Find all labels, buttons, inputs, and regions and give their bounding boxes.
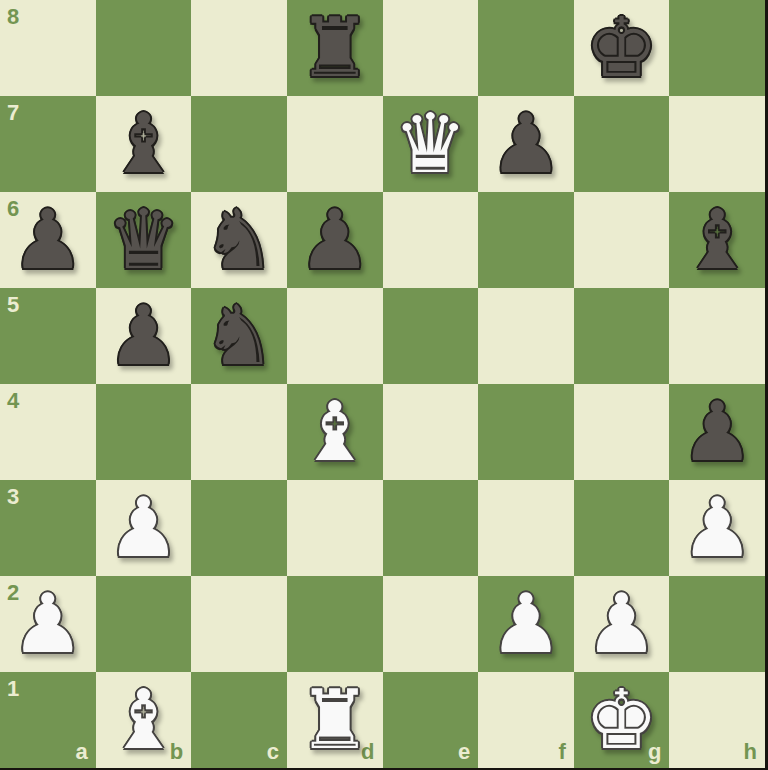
- square-f5[interactable]: [478, 288, 574, 384]
- square-g8[interactable]: ♚: [574, 0, 670, 96]
- square-a4[interactable]: 4: [0, 384, 96, 480]
- piece-black-queen-b6[interactable]: ♛: [107, 192, 181, 288]
- square-e6[interactable]: [383, 192, 479, 288]
- square-b2[interactable]: [96, 576, 192, 672]
- square-b4[interactable]: [96, 384, 192, 480]
- square-d5[interactable]: [287, 288, 383, 384]
- square-g2[interactable]: ♟: [574, 576, 670, 672]
- square-h1[interactable]: h: [669, 672, 765, 768]
- square-h6[interactable]: ♝: [669, 192, 765, 288]
- square-h2[interactable]: [669, 576, 765, 672]
- piece-white-pawn-g2[interactable]: ♟: [585, 576, 659, 672]
- piece-white-pawn-h3[interactable]: ♟: [680, 480, 754, 576]
- square-d2[interactable]: [287, 576, 383, 672]
- piece-black-bishop-h6[interactable]: ♝: [680, 192, 754, 288]
- square-c6[interactable]: ♞: [191, 192, 287, 288]
- rank-label-1: 1: [7, 678, 19, 700]
- rank-label-7: 7: [7, 102, 19, 124]
- piece-white-queen-e7[interactable]: ♛: [394, 96, 468, 192]
- piece-black-rook-d8[interactable]: ♜: [298, 0, 372, 96]
- square-b6[interactable]: ♛: [96, 192, 192, 288]
- square-a7[interactable]: 7: [0, 96, 96, 192]
- square-f4[interactable]: [478, 384, 574, 480]
- square-d8[interactable]: ♜: [287, 0, 383, 96]
- piece-black-pawn-d6[interactable]: ♟: [298, 192, 372, 288]
- square-d7[interactable]: [287, 96, 383, 192]
- square-a1[interactable]: 1a: [0, 672, 96, 768]
- square-b8[interactable]: [96, 0, 192, 96]
- square-h4[interactable]: ♟: [669, 384, 765, 480]
- square-d1[interactable]: d♜: [287, 672, 383, 768]
- square-e1[interactable]: e: [383, 672, 479, 768]
- piece-white-bishop-d4[interactable]: ♝: [298, 384, 372, 480]
- file-label-a: a: [75, 741, 87, 763]
- square-e5[interactable]: [383, 288, 479, 384]
- piece-black-pawn-h4[interactable]: ♟: [680, 384, 754, 480]
- square-e3[interactable]: [383, 480, 479, 576]
- piece-black-pawn-b5[interactable]: ♟: [107, 288, 181, 384]
- square-e7[interactable]: ♛: [383, 96, 479, 192]
- file-label-c: c: [267, 741, 279, 763]
- square-g5[interactable]: [574, 288, 670, 384]
- square-c5[interactable]: ♞: [191, 288, 287, 384]
- square-f1[interactable]: f: [478, 672, 574, 768]
- file-label-f: f: [558, 741, 565, 763]
- square-a2[interactable]: 2♟: [0, 576, 96, 672]
- square-c4[interactable]: [191, 384, 287, 480]
- piece-black-pawn-a6[interactable]: ♟: [11, 192, 85, 288]
- square-c7[interactable]: [191, 96, 287, 192]
- square-d3[interactable]: [287, 480, 383, 576]
- square-f6[interactable]: [478, 192, 574, 288]
- square-b3[interactable]: ♟: [96, 480, 192, 576]
- square-c8[interactable]: [191, 0, 287, 96]
- square-c3[interactable]: [191, 480, 287, 576]
- file-label-e: e: [458, 741, 470, 763]
- square-e2[interactable]: [383, 576, 479, 672]
- square-g1[interactable]: g♚: [574, 672, 670, 768]
- square-e8[interactable]: [383, 0, 479, 96]
- piece-black-pawn-f7[interactable]: ♟: [489, 96, 563, 192]
- square-a5[interactable]: 5: [0, 288, 96, 384]
- square-f7[interactable]: ♟: [478, 96, 574, 192]
- piece-white-pawn-a2[interactable]: ♟: [11, 576, 85, 672]
- square-a6[interactable]: 6♟: [0, 192, 96, 288]
- square-g7[interactable]: [574, 96, 670, 192]
- rank-label-3: 3: [7, 486, 19, 508]
- square-h5[interactable]: [669, 288, 765, 384]
- square-h8[interactable]: [669, 0, 765, 96]
- chess-board: 8♜♚7♝♛♟6♟♛♞♟♝5♟♞4♝♟3♟♟2♟♟♟1ab♝cd♜efg♚h: [0, 0, 765, 765]
- piece-black-king-g8[interactable]: ♚: [585, 0, 659, 96]
- square-f2[interactable]: ♟: [478, 576, 574, 672]
- piece-white-pawn-f2[interactable]: ♟: [489, 576, 563, 672]
- square-g4[interactable]: [574, 384, 670, 480]
- square-a8[interactable]: 8: [0, 0, 96, 96]
- square-g6[interactable]: [574, 192, 670, 288]
- piece-white-bishop-b1[interactable]: ♝: [107, 672, 181, 768]
- square-f3[interactable]: [478, 480, 574, 576]
- square-e4[interactable]: [383, 384, 479, 480]
- piece-black-knight-c6[interactable]: ♞: [202, 192, 276, 288]
- square-g3[interactable]: [574, 480, 670, 576]
- piece-black-bishop-b7[interactable]: ♝: [107, 96, 181, 192]
- square-d4[interactable]: ♝: [287, 384, 383, 480]
- rank-label-5: 5: [7, 294, 19, 316]
- square-b1[interactable]: b♝: [96, 672, 192, 768]
- square-b7[interactable]: ♝: [96, 96, 192, 192]
- rank-label-4: 4: [7, 390, 19, 412]
- piece-white-pawn-b3[interactable]: ♟: [107, 480, 181, 576]
- piece-white-rook-d1[interactable]: ♜: [298, 672, 372, 768]
- piece-black-knight-c5[interactable]: ♞: [202, 288, 276, 384]
- rank-label-8: 8: [7, 6, 19, 28]
- square-h7[interactable]: [669, 96, 765, 192]
- square-h3[interactable]: ♟: [669, 480, 765, 576]
- square-a3[interactable]: 3: [0, 480, 96, 576]
- piece-white-king-g1[interactable]: ♚: [585, 672, 659, 768]
- square-c1[interactable]: c: [191, 672, 287, 768]
- square-b5[interactable]: ♟: [96, 288, 192, 384]
- square-c2[interactable]: [191, 576, 287, 672]
- file-label-h: h: [744, 741, 757, 763]
- square-d6[interactable]: ♟: [287, 192, 383, 288]
- square-f8[interactable]: [478, 0, 574, 96]
